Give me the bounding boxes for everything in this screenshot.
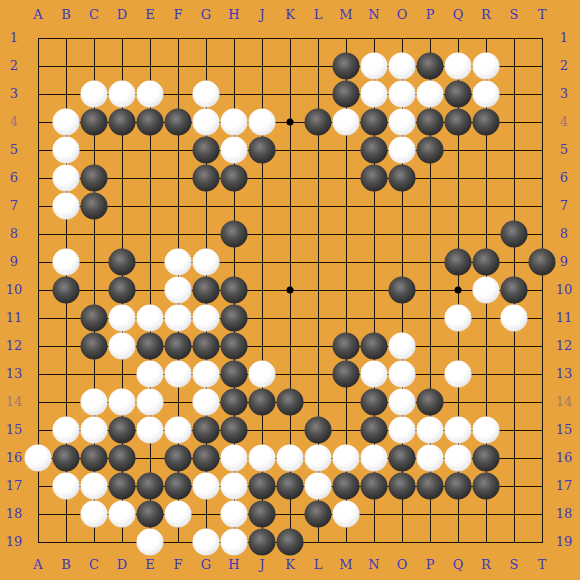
row-label-right-16: 16 <box>549 451 579 465</box>
black-stone-R17 <box>473 473 500 500</box>
white-stone-Q2 <box>445 53 472 80</box>
black-stone-K17 <box>277 473 304 500</box>
black-stone-H12 <box>221 333 248 360</box>
white-stone-M18 <box>333 501 360 528</box>
black-stone-J5 <box>249 137 276 164</box>
row-label-right-4: 4 <box>549 115 579 129</box>
black-stone-H15 <box>221 417 248 444</box>
column-label-bottom-R: R <box>472 558 500 572</box>
column-label-top-P: P <box>416 8 444 22</box>
white-stone-R15 <box>473 417 500 444</box>
black-stone-Q4 <box>445 109 472 136</box>
go-board-frame: AABBCCDDEEFFGGHHJJKKLLMMNNOOPPQQRRSSTT11… <box>0 0 580 580</box>
black-stone-D10 <box>109 277 136 304</box>
column-label-bottom-F: F <box>164 558 192 572</box>
white-stone-O14 <box>389 389 416 416</box>
column-label-bottom-M: M <box>332 558 360 572</box>
white-stone-G3 <box>193 81 220 108</box>
black-stone-Q17 <box>445 473 472 500</box>
white-stone-C18 <box>81 501 108 528</box>
column-label-top-G: G <box>192 8 220 22</box>
black-stone-O17 <box>389 473 416 500</box>
row-label-left-11: 11 <box>0 311 29 325</box>
row-label-left-15: 15 <box>0 423 29 437</box>
white-stone-E11 <box>137 305 164 332</box>
white-stone-H5 <box>221 137 248 164</box>
row-label-right-8: 8 <box>549 227 579 241</box>
white-stone-R3 <box>473 81 500 108</box>
black-stone-D15 <box>109 417 136 444</box>
white-stone-J13 <box>249 361 276 388</box>
white-stone-J16 <box>249 445 276 472</box>
white-stone-H17 <box>221 473 248 500</box>
white-stone-E3 <box>137 81 164 108</box>
white-stone-R10 <box>473 277 500 304</box>
white-stone-B4 <box>53 109 80 136</box>
white-stone-N13 <box>361 361 388 388</box>
white-stone-F9 <box>165 249 192 276</box>
white-stone-D18 <box>109 501 136 528</box>
black-stone-H8 <box>221 221 248 248</box>
black-stone-O10 <box>389 277 416 304</box>
white-stone-E14 <box>137 389 164 416</box>
column-label-top-S: S <box>500 8 528 22</box>
column-label-bottom-E: E <box>136 558 164 572</box>
black-stone-P2 <box>417 53 444 80</box>
row-label-right-13: 13 <box>549 367 579 381</box>
black-stone-G5 <box>193 137 220 164</box>
white-stone-O2 <box>389 53 416 80</box>
black-stone-H14 <box>221 389 248 416</box>
white-stone-B7 <box>53 193 80 220</box>
white-stone-D11 <box>109 305 136 332</box>
white-stone-G11 <box>193 305 220 332</box>
white-stone-P15 <box>417 417 444 444</box>
white-stone-O3 <box>389 81 416 108</box>
black-stone-L4 <box>305 109 332 136</box>
white-stone-L16 <box>305 445 332 472</box>
white-stone-F11 <box>165 305 192 332</box>
black-stone-K19 <box>277 529 304 556</box>
column-label-bottom-A: A <box>24 558 52 572</box>
black-stone-B10 <box>53 277 80 304</box>
black-stone-C4 <box>81 109 108 136</box>
row-label-right-19: 19 <box>549 535 579 549</box>
white-stone-P3 <box>417 81 444 108</box>
white-stone-K16 <box>277 445 304 472</box>
black-stone-F12 <box>165 333 192 360</box>
column-label-bottom-O: O <box>388 558 416 572</box>
column-label-bottom-L: L <box>304 558 332 572</box>
white-stone-C3 <box>81 81 108 108</box>
black-stone-O6 <box>389 165 416 192</box>
column-label-bottom-H: H <box>220 558 248 572</box>
row-label-left-6: 6 <box>0 171 29 185</box>
white-stone-D14 <box>109 389 136 416</box>
white-stone-H4 <box>221 109 248 136</box>
white-stone-C15 <box>81 417 108 444</box>
column-label-bottom-K: K <box>276 558 304 572</box>
white-stone-F13 <box>165 361 192 388</box>
column-label-bottom-P: P <box>416 558 444 572</box>
black-stone-H11 <box>221 305 248 332</box>
white-stone-M16 <box>333 445 360 472</box>
column-label-top-M: M <box>332 8 360 22</box>
row-label-left-4: 4 <box>0 115 29 129</box>
black-stone-C7 <box>81 193 108 220</box>
white-stone-F15 <box>165 417 192 444</box>
black-stone-P5 <box>417 137 444 164</box>
white-stone-H18 <box>221 501 248 528</box>
black-stone-E18 <box>137 501 164 528</box>
black-stone-J18 <box>249 501 276 528</box>
black-stone-F4 <box>165 109 192 136</box>
black-stone-S8 <box>501 221 528 248</box>
row-label-left-3: 3 <box>0 87 29 101</box>
row-label-right-14: 14 <box>549 395 579 409</box>
column-label-bottom-G: G <box>192 558 220 572</box>
row-label-left-10: 10 <box>0 283 29 297</box>
row-label-left-16: 16 <box>0 451 29 465</box>
column-label-top-J: J <box>248 8 276 22</box>
white-stone-N2 <box>361 53 388 80</box>
black-stone-Q3 <box>445 81 472 108</box>
white-stone-P16 <box>417 445 444 472</box>
white-stone-R2 <box>473 53 500 80</box>
row-label-right-10: 10 <box>549 283 579 297</box>
column-label-top-A: A <box>24 8 52 22</box>
black-stone-E4 <box>137 109 164 136</box>
white-stone-G4 <box>193 109 220 136</box>
white-stone-M4 <box>333 109 360 136</box>
white-stone-E13 <box>137 361 164 388</box>
black-stone-N17 <box>361 473 388 500</box>
column-label-bottom-B: B <box>52 558 80 572</box>
star-point-K10 <box>287 287 294 294</box>
column-label-top-N: N <box>360 8 388 22</box>
white-stone-Q13 <box>445 361 472 388</box>
black-stone-J14 <box>249 389 276 416</box>
white-stone-N3 <box>361 81 388 108</box>
star-point-Q10 <box>455 287 462 294</box>
black-stone-C12 <box>81 333 108 360</box>
black-stone-P14 <box>417 389 444 416</box>
star-point-K4 <box>287 119 294 126</box>
black-stone-E12 <box>137 333 164 360</box>
column-label-top-H: H <box>220 8 248 22</box>
black-stone-D17 <box>109 473 136 500</box>
black-stone-H13 <box>221 361 248 388</box>
black-stone-F16 <box>165 445 192 472</box>
column-label-top-C: C <box>80 8 108 22</box>
white-stone-O15 <box>389 417 416 444</box>
black-stone-M2 <box>333 53 360 80</box>
column-label-top-B: B <box>52 8 80 22</box>
black-stone-N15 <box>361 417 388 444</box>
white-stone-G9 <box>193 249 220 276</box>
row-label-left-17: 17 <box>0 479 29 493</box>
black-stone-E17 <box>137 473 164 500</box>
column-label-top-E: E <box>136 8 164 22</box>
black-stone-G12 <box>193 333 220 360</box>
black-stone-B16 <box>53 445 80 472</box>
row-label-right-6: 6 <box>549 171 579 185</box>
column-label-bottom-D: D <box>108 558 136 572</box>
white-stone-O4 <box>389 109 416 136</box>
black-stone-L18 <box>305 501 332 528</box>
black-stone-J17 <box>249 473 276 500</box>
black-stone-D9 <box>109 249 136 276</box>
white-stone-E15 <box>137 417 164 444</box>
row-label-left-13: 13 <box>0 367 29 381</box>
black-stone-H6 <box>221 165 248 192</box>
row-label-left-8: 8 <box>0 227 29 241</box>
black-stone-J19 <box>249 529 276 556</box>
white-stone-D12 <box>109 333 136 360</box>
white-stone-G14 <box>193 389 220 416</box>
black-stone-R16 <box>473 445 500 472</box>
black-stone-N6 <box>361 165 388 192</box>
column-label-top-T: T <box>528 8 556 22</box>
row-label-right-1: 1 <box>549 31 579 45</box>
white-stone-B9 <box>53 249 80 276</box>
black-stone-C6 <box>81 165 108 192</box>
column-label-bottom-C: C <box>80 558 108 572</box>
black-stone-M17 <box>333 473 360 500</box>
black-stone-C11 <box>81 305 108 332</box>
column-label-top-F: F <box>164 8 192 22</box>
row-label-right-15: 15 <box>549 423 579 437</box>
column-label-top-K: K <box>276 8 304 22</box>
black-stone-G10 <box>193 277 220 304</box>
go-board[interactable] <box>38 38 543 543</box>
row-label-right-2: 2 <box>549 59 579 73</box>
row-label-right-11: 11 <box>549 311 579 325</box>
white-stone-O13 <box>389 361 416 388</box>
white-stone-O5 <box>389 137 416 164</box>
row-label-right-9: 9 <box>549 255 579 269</box>
column-label-top-D: D <box>108 8 136 22</box>
row-label-left-18: 18 <box>0 507 29 521</box>
white-stone-B15 <box>53 417 80 444</box>
column-label-top-L: L <box>304 8 332 22</box>
black-stone-L15 <box>305 417 332 444</box>
black-stone-R9 <box>473 249 500 276</box>
black-stone-D16 <box>109 445 136 472</box>
black-stone-D4 <box>109 109 136 136</box>
row-label-right-3: 3 <box>549 87 579 101</box>
black-stone-M13 <box>333 361 360 388</box>
column-label-bottom-T: T <box>528 558 556 572</box>
column-label-top-O: O <box>388 8 416 22</box>
black-stone-N4 <box>361 109 388 136</box>
black-stone-S10 <box>501 277 528 304</box>
white-stone-B6 <box>53 165 80 192</box>
column-label-bottom-N: N <box>360 558 388 572</box>
column-label-top-R: R <box>472 8 500 22</box>
white-stone-H19 <box>221 529 248 556</box>
black-stone-F17 <box>165 473 192 500</box>
row-label-right-18: 18 <box>549 507 579 521</box>
white-stone-L17 <box>305 473 332 500</box>
black-stone-O16 <box>389 445 416 472</box>
row-label-right-7: 7 <box>549 199 579 213</box>
black-stone-P4 <box>417 109 444 136</box>
white-stone-G17 <box>193 473 220 500</box>
row-label-left-1: 1 <box>0 31 29 45</box>
black-stone-G16 <box>193 445 220 472</box>
column-label-bottom-Q: Q <box>444 558 472 572</box>
black-stone-M12 <box>333 333 360 360</box>
white-stone-Q11 <box>445 305 472 332</box>
white-stone-E19 <box>137 529 164 556</box>
black-stone-Q9 <box>445 249 472 276</box>
black-stone-C16 <box>81 445 108 472</box>
black-stone-G15 <box>193 417 220 444</box>
black-stone-N5 <box>361 137 388 164</box>
white-stone-C14 <box>81 389 108 416</box>
white-stone-F18 <box>165 501 192 528</box>
white-stone-N16 <box>361 445 388 472</box>
row-label-left-19: 19 <box>0 535 29 549</box>
white-stone-O12 <box>389 333 416 360</box>
white-stone-D3 <box>109 81 136 108</box>
black-stone-M3 <box>333 81 360 108</box>
white-stone-H16 <box>221 445 248 472</box>
white-stone-J4 <box>249 109 276 136</box>
column-label-bottom-S: S <box>500 558 528 572</box>
white-stone-C17 <box>81 473 108 500</box>
row-label-right-5: 5 <box>549 143 579 157</box>
row-label-left-14: 14 <box>0 395 29 409</box>
black-stone-P17 <box>417 473 444 500</box>
black-stone-N12 <box>361 333 388 360</box>
row-label-left-5: 5 <box>0 143 29 157</box>
white-stone-G19 <box>193 529 220 556</box>
black-stone-R4 <box>473 109 500 136</box>
column-label-bottom-J: J <box>248 558 276 572</box>
row-label-right-12: 12 <box>549 339 579 353</box>
white-stone-G13 <box>193 361 220 388</box>
white-stone-S11 <box>501 305 528 332</box>
black-stone-H10 <box>221 277 248 304</box>
white-stone-Q16 <box>445 445 472 472</box>
white-stone-B17 <box>53 473 80 500</box>
row-label-left-2: 2 <box>0 59 29 73</box>
black-stone-G6 <box>193 165 220 192</box>
row-label-left-9: 9 <box>0 255 29 269</box>
black-stone-N14 <box>361 389 388 416</box>
row-label-left-7: 7 <box>0 199 29 213</box>
white-stone-B5 <box>53 137 80 164</box>
white-stone-Q15 <box>445 417 472 444</box>
white-stone-F10 <box>165 277 192 304</box>
column-label-top-Q: Q <box>444 8 472 22</box>
row-label-left-12: 12 <box>0 339 29 353</box>
black-stone-K14 <box>277 389 304 416</box>
row-label-right-17: 17 <box>549 479 579 493</box>
